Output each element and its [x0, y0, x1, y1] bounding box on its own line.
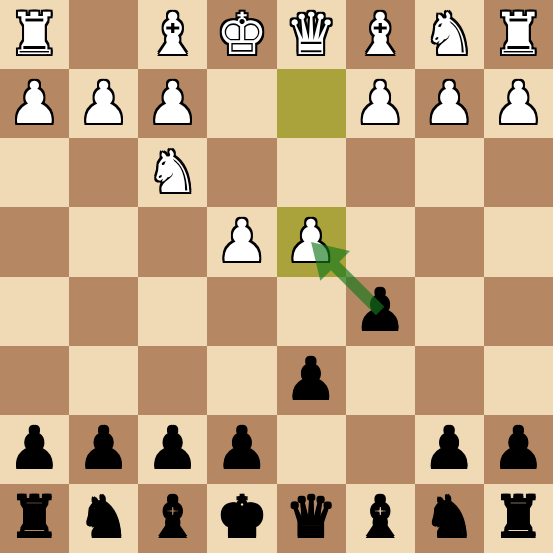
square-h7[interactable]: ♟ [0, 415, 69, 484]
square-c4[interactable] [346, 207, 415, 276]
square-c5[interactable]: ♟ [346, 277, 415, 346]
black-rook[interactable]: ♜ [9, 488, 61, 546]
square-f3[interactable]: ♞ [138, 138, 207, 207]
square-e8[interactable]: ♚ [207, 484, 276, 553]
square-b7[interactable]: ♟ [415, 415, 484, 484]
square-b1[interactable]: ♞ [415, 0, 484, 69]
square-c8[interactable]: ♝ [346, 484, 415, 553]
black-rook[interactable]: ♜ [492, 488, 544, 546]
square-h8[interactable]: ♜ [0, 484, 69, 553]
square-g4[interactable] [69, 207, 138, 276]
black-pawn[interactable]: ♟ [9, 419, 61, 477]
square-e1[interactable]: ♚ [207, 0, 276, 69]
black-bishop[interactable]: ♝ [354, 488, 406, 546]
black-pawn[interactable]: ♟ [492, 419, 544, 477]
square-e7[interactable]: ♟ [207, 415, 276, 484]
square-f5[interactable] [138, 277, 207, 346]
square-e4[interactable]: ♟ [207, 207, 276, 276]
black-king[interactable]: ♚ [216, 488, 268, 546]
white-rook[interactable]: ♜ [492, 5, 544, 63]
square-a4[interactable] [484, 207, 553, 276]
square-h4[interactable] [0, 207, 69, 276]
square-e6[interactable] [207, 346, 276, 415]
square-d7[interactable] [277, 415, 346, 484]
square-h1[interactable]: ♜ [0, 0, 69, 69]
black-pawn[interactable]: ♟ [354, 281, 406, 339]
black-pawn[interactable]: ♟ [285, 350, 337, 408]
square-d5[interactable] [277, 277, 346, 346]
square-f2[interactable]: ♟ [138, 69, 207, 138]
square-b6[interactable] [415, 346, 484, 415]
square-h2[interactable]: ♟ [0, 69, 69, 138]
square-c3[interactable] [346, 138, 415, 207]
square-h5[interactable] [0, 277, 69, 346]
black-bishop[interactable]: ♝ [147, 488, 199, 546]
square-e5[interactable] [207, 277, 276, 346]
square-a5[interactable] [484, 277, 553, 346]
square-g7[interactable]: ♟ [69, 415, 138, 484]
square-d2[interactable] [277, 69, 346, 138]
square-a1[interactable]: ♜ [484, 0, 553, 69]
square-c6[interactable] [346, 346, 415, 415]
board-squares: ♜♝♚♛♝♞♜♟♟♟♟♟♟♞♟♟♟♟♟♟♟♟♟♟♜♞♝♚♛♝♞♜ [0, 0, 553, 553]
square-a8[interactable]: ♜ [484, 484, 553, 553]
square-g2[interactable]: ♟ [69, 69, 138, 138]
black-pawn[interactable]: ♟ [216, 419, 268, 477]
black-pawn[interactable]: ♟ [147, 419, 199, 477]
square-g1[interactable] [69, 0, 138, 69]
square-d3[interactable] [277, 138, 346, 207]
square-b5[interactable] [415, 277, 484, 346]
square-a6[interactable] [484, 346, 553, 415]
square-e3[interactable] [207, 138, 276, 207]
square-b4[interactable] [415, 207, 484, 276]
square-a7[interactable]: ♟ [484, 415, 553, 484]
square-h3[interactable] [0, 138, 69, 207]
square-d6[interactable]: ♟ [277, 346, 346, 415]
square-b8[interactable]: ♞ [415, 484, 484, 553]
white-pawn[interactable]: ♟ [147, 74, 199, 132]
white-pawn[interactable]: ♟ [9, 74, 61, 132]
white-rook[interactable]: ♜ [9, 5, 61, 63]
square-g8[interactable]: ♞ [69, 484, 138, 553]
square-b3[interactable] [415, 138, 484, 207]
white-knight[interactable]: ♞ [147, 143, 199, 201]
chess-board: ♜♝♚♛♝♞♜♟♟♟♟♟♟♞♟♟♟♟♟♟♟♟♟♟♜♞♝♚♛♝♞♜ [0, 0, 553, 553]
square-f4[interactable] [138, 207, 207, 276]
black-knight[interactable]: ♞ [423, 488, 475, 546]
black-pawn[interactable]: ♟ [78, 419, 130, 477]
white-pawn[interactable]: ♟ [216, 212, 268, 270]
white-pawn[interactable]: ♟ [423, 74, 475, 132]
square-g6[interactable] [69, 346, 138, 415]
square-c2[interactable]: ♟ [346, 69, 415, 138]
square-g3[interactable] [69, 138, 138, 207]
square-g5[interactable] [69, 277, 138, 346]
square-d4[interactable]: ♟ [277, 207, 346, 276]
square-f1[interactable]: ♝ [138, 0, 207, 69]
square-a3[interactable] [484, 138, 553, 207]
white-bishop[interactable]: ♝ [147, 5, 199, 63]
square-a2[interactable]: ♟ [484, 69, 553, 138]
square-c1[interactable]: ♝ [346, 0, 415, 69]
square-b2[interactable]: ♟ [415, 69, 484, 138]
white-queen[interactable]: ♛ [285, 5, 337, 63]
white-pawn[interactable]: ♟ [78, 74, 130, 132]
square-h6[interactable] [0, 346, 69, 415]
white-bishop[interactable]: ♝ [354, 5, 406, 63]
square-c7[interactable] [346, 415, 415, 484]
black-knight[interactable]: ♞ [78, 488, 130, 546]
black-pawn[interactable]: ♟ [423, 419, 475, 477]
white-king[interactable]: ♚ [216, 5, 268, 63]
square-f8[interactable]: ♝ [138, 484, 207, 553]
black-queen[interactable]: ♛ [285, 488, 337, 546]
white-knight[interactable]: ♞ [423, 5, 475, 63]
white-pawn[interactable]: ♟ [285, 212, 337, 270]
square-f6[interactable] [138, 346, 207, 415]
square-d1[interactable]: ♛ [277, 0, 346, 69]
square-d8[interactable]: ♛ [277, 484, 346, 553]
square-f7[interactable]: ♟ [138, 415, 207, 484]
white-pawn[interactable]: ♟ [492, 74, 544, 132]
white-pawn[interactable]: ♟ [354, 74, 406, 132]
square-e2[interactable] [207, 69, 276, 138]
